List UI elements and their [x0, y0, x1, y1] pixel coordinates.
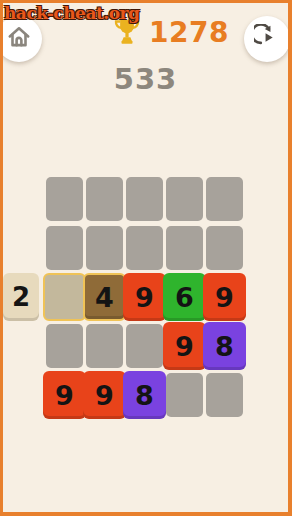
board-cell[interactable]: 9 [46, 373, 83, 417]
board-cell[interactable] [86, 324, 123, 368]
replay-button[interactable] [244, 16, 290, 62]
tile-6[interactable]: 6 [163, 273, 206, 321]
board-cell[interactable]: 9 [86, 373, 123, 417]
board-cell[interactable]: 6 [166, 275, 203, 319]
board-cell[interactable] [126, 324, 163, 368]
board-cell[interactable] [166, 226, 203, 270]
board-cell[interactable] [46, 226, 83, 270]
board-cell[interactable]: 8 [126, 373, 163, 417]
tile-9[interactable]: 9 [83, 371, 126, 419]
tile-9[interactable]: 9 [203, 273, 246, 321]
tile-8[interactable]: 8 [203, 322, 246, 370]
game-screen: hack-cheat.org 1278 [0, 0, 292, 516]
watermark-text: hack-cheat.org [4, 3, 139, 23]
current-number: 533 [3, 62, 288, 96]
home-icon [6, 24, 32, 54]
board-cell[interactable] [46, 324, 83, 368]
board-cell[interactable] [166, 177, 203, 221]
tile-9[interactable]: 9 [43, 371, 86, 419]
board-cell[interactable] [166, 373, 203, 417]
board-cell[interactable]: 9 [206, 275, 243, 319]
best-score-value: 1278 [149, 16, 229, 49]
board-cell[interactable]: 8 [206, 324, 243, 368]
board-cell[interactable] [126, 226, 163, 270]
board-cell[interactable]: 9 [126, 275, 163, 319]
board-cell[interactable] [206, 226, 243, 270]
game-board: 496998998 [46, 177, 243, 417]
tile-8[interactable]: 8 [123, 371, 166, 419]
board-cell[interactable]: 9 [166, 324, 203, 368]
board-cell[interactable] [46, 177, 83, 221]
board-cell[interactable] [126, 177, 163, 221]
incoming-tile[interactable]: 2 [3, 273, 39, 321]
tile-9[interactable]: 9 [163, 322, 206, 370]
board-cell[interactable]: 4 [86, 275, 123, 319]
tile-4[interactable]: 4 [83, 273, 126, 321]
board-cell[interactable] [206, 177, 243, 221]
drop-highlight-cell [43, 273, 86, 321]
board-cell[interactable] [86, 177, 123, 221]
board-cell[interactable] [46, 275, 83, 319]
tile-9[interactable]: 9 [123, 273, 166, 321]
board-cell[interactable] [206, 373, 243, 417]
board-cell[interactable] [86, 226, 123, 270]
replay-icon [254, 24, 281, 55]
